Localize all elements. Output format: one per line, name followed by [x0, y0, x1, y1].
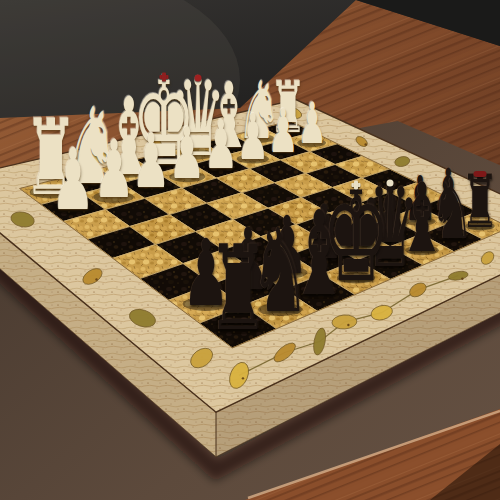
chess-set-photo: ♜♞♟♝♟♛♟♚♟♝♟♞♟♜♟♟♟♟♜♟♞♟♝♟♛♟♚♟♝♟♞♜ — [0, 0, 500, 500]
scene-graphic — [0, 0, 500, 500]
